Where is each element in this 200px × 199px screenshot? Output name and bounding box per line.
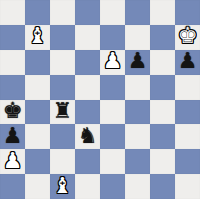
square-e2[interactable] [100, 149, 125, 174]
square-c6[interactable] [50, 50, 75, 75]
piece-black-pawn[interactable]: ♟ [128, 50, 148, 72]
square-g5[interactable] [150, 75, 175, 100]
square-c4[interactable]: ♜ [50, 100, 75, 125]
piece-white-bishop[interactable]: ♝ [53, 175, 73, 197]
square-e3[interactable] [100, 124, 125, 149]
square-e1[interactable] [100, 174, 125, 199]
square-a7[interactable] [0, 25, 25, 50]
square-b5[interactable] [25, 75, 50, 100]
square-c5[interactable] [50, 75, 75, 100]
square-c2[interactable] [50, 149, 75, 174]
square-e5[interactable] [100, 75, 125, 100]
square-h1[interactable] [175, 174, 200, 199]
square-c8[interactable] [50, 0, 75, 25]
square-e6[interactable]: ♟ [100, 50, 125, 75]
square-d7[interactable] [75, 25, 100, 50]
square-f6[interactable]: ♟ [125, 50, 150, 75]
square-b3[interactable] [25, 124, 50, 149]
piece-black-pawn[interactable]: ♟ [178, 50, 198, 72]
square-h4[interactable] [175, 100, 200, 125]
square-a3[interactable]: ♟ [0, 124, 25, 149]
square-f5[interactable] [125, 75, 150, 100]
square-d2[interactable] [75, 149, 100, 174]
square-f7[interactable] [125, 25, 150, 50]
square-c3[interactable] [50, 124, 75, 149]
square-g8[interactable] [150, 0, 175, 25]
square-c7[interactable] [50, 25, 75, 50]
square-e4[interactable] [100, 100, 125, 125]
square-a6[interactable] [0, 50, 25, 75]
piece-white-pawn[interactable]: ♟ [3, 150, 23, 172]
square-d6[interactable] [75, 50, 100, 75]
square-h8[interactable] [175, 0, 200, 25]
square-e8[interactable] [100, 0, 125, 25]
square-d3[interactable]: ♞ [75, 124, 100, 149]
piece-black-king[interactable]: ♚ [3, 100, 23, 122]
square-a2[interactable]: ♟ [0, 149, 25, 174]
piece-black-knight[interactable]: ♞ [78, 125, 98, 147]
square-g6[interactable] [150, 50, 175, 75]
square-d8[interactable] [75, 0, 100, 25]
square-a4[interactable]: ♚ [0, 100, 25, 125]
piece-white-king[interactable]: ♚ [178, 25, 198, 47]
chess-board-window: ♝♚♟♟♟♚♜♟♞♟♝ [0, 0, 200, 199]
piece-black-pawn[interactable]: ♟ [3, 125, 23, 147]
square-f8[interactable] [125, 0, 150, 25]
square-d4[interactable] [75, 100, 100, 125]
square-a8[interactable] [0, 0, 25, 25]
square-f2[interactable] [125, 149, 150, 174]
square-f4[interactable] [125, 100, 150, 125]
square-g3[interactable] [150, 124, 175, 149]
square-g7[interactable] [150, 25, 175, 50]
square-b1[interactable] [25, 174, 50, 199]
piece-white-pawn[interactable]: ♟ [103, 50, 123, 72]
square-a5[interactable] [0, 75, 25, 100]
square-b6[interactable] [25, 50, 50, 75]
square-e7[interactable] [100, 25, 125, 50]
square-g1[interactable] [150, 174, 175, 199]
square-f3[interactable] [125, 124, 150, 149]
square-b7[interactable]: ♝ [25, 25, 50, 50]
square-b2[interactable] [25, 149, 50, 174]
piece-white-bishop[interactable]: ♝ [28, 25, 48, 47]
square-f1[interactable] [125, 174, 150, 199]
piece-black-rook[interactable]: ♜ [53, 100, 73, 122]
square-a1[interactable] [0, 174, 25, 199]
square-g2[interactable] [150, 149, 175, 174]
square-g4[interactable] [150, 100, 175, 125]
square-h6[interactable]: ♟ [175, 50, 200, 75]
square-b4[interactable] [25, 100, 50, 125]
square-h2[interactable] [175, 149, 200, 174]
square-h7[interactable]: ♚ [175, 25, 200, 50]
square-c1[interactable]: ♝ [50, 174, 75, 199]
square-d1[interactable] [75, 174, 100, 199]
chess-board: ♝♚♟♟♟♚♜♟♞♟♝ [0, 0, 200, 199]
square-d5[interactable] [75, 75, 100, 100]
square-h5[interactable] [175, 75, 200, 100]
square-b8[interactable] [25, 0, 50, 25]
square-h3[interactable] [175, 124, 200, 149]
